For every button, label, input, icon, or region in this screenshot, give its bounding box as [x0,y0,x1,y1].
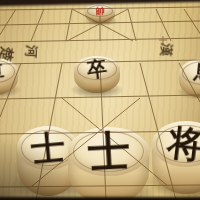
river-character-he: 河 [25,45,39,59]
piece-character: 将 [166,124,200,164]
piece-character: 卒 [86,58,109,81]
xiangqi-board-photo: 楚 河 漢 帥 車 馬 卒 士 [0,0,200,200]
river-character-han: 漢 [159,42,173,56]
piece-character: 士 [86,129,130,173]
piece-character: 帥 [95,6,104,15]
piece-character: 士 [30,130,67,167]
